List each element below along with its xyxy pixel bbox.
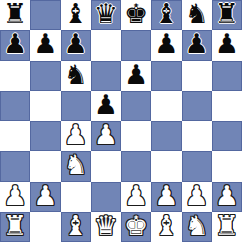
square-c8[interactable]: ♝ [61,0,91,30]
square-b8[interactable] [30,0,60,30]
black-pawn[interactable]: ♟ [33,30,57,59]
square-a2[interactable]: ♟ [0,182,30,212]
square-a8[interactable]: ♜ [0,0,30,30]
square-f4[interactable] [151,121,181,151]
square-c7[interactable]: ♟ [61,30,91,60]
square-d2[interactable] [91,182,121,212]
white-pawn[interactable]: ♟ [64,121,88,150]
square-e4[interactable] [121,121,151,151]
white-rook[interactable]: ♜ [3,212,27,241]
black-knight[interactable]: ♞ [185,0,209,29]
square-f3[interactable] [151,151,181,181]
square-d5[interactable]: ♟ [91,91,121,121]
square-h7[interactable]: ♟ [212,30,242,60]
square-h5[interactable] [212,91,242,121]
square-f2[interactable]: ♟ [151,182,181,212]
square-h8[interactable]: ♜ [212,0,242,30]
square-e3[interactable] [121,151,151,181]
black-rook[interactable]: ♜ [3,0,27,29]
black-pawn[interactable]: ♟ [124,61,148,90]
square-a7[interactable]: ♟ [0,30,30,60]
square-a6[interactable] [0,61,30,91]
white-pawn[interactable]: ♟ [185,182,209,211]
square-h6[interactable] [212,61,242,91]
square-g3[interactable] [182,151,212,181]
black-king[interactable]: ♚ [124,0,148,29]
square-d8[interactable]: ♛ [91,0,121,30]
square-e6[interactable]: ♟ [121,61,151,91]
square-g1[interactable]: ♞ [182,212,212,242]
square-b5[interactable] [30,91,60,121]
square-c2[interactable] [61,182,91,212]
square-b6[interactable] [30,61,60,91]
white-queen[interactable]: ♛ [94,212,118,241]
square-c3[interactable]: ♞ [61,151,91,181]
white-pawn[interactable]: ♟ [3,182,27,211]
square-b3[interactable] [30,151,60,181]
square-a5[interactable] [0,91,30,121]
black-rook[interactable]: ♜ [215,0,239,29]
square-e5[interactable] [121,91,151,121]
square-e8[interactable]: ♚ [121,0,151,30]
square-b1[interactable] [30,212,60,242]
square-c1[interactable]: ♝ [61,212,91,242]
white-pawn[interactable]: ♟ [154,182,178,211]
square-c6[interactable]: ♞ [61,61,91,91]
square-f8[interactable]: ♝ [151,0,181,30]
square-f1[interactable]: ♝ [151,212,181,242]
square-c4[interactable]: ♟ [61,121,91,151]
black-pawn[interactable]: ♟ [64,30,88,59]
square-h1[interactable]: ♜ [212,212,242,242]
black-knight[interactable]: ♞ [64,61,88,90]
white-bishop[interactable]: ♝ [154,212,178,241]
square-e2[interactable]: ♟ [121,182,151,212]
black-bishop[interactable]: ♝ [154,0,178,29]
square-f7[interactable]: ♟ [151,30,181,60]
square-h2[interactable]: ♟ [212,182,242,212]
square-d1[interactable]: ♛ [91,212,121,242]
square-a3[interactable] [0,151,30,181]
white-pawn[interactable]: ♟ [124,182,148,211]
black-bishop[interactable]: ♝ [64,0,88,29]
square-f6[interactable] [151,61,181,91]
square-e7[interactable] [121,30,151,60]
white-rook[interactable]: ♜ [215,212,239,241]
square-e1[interactable]: ♚ [121,212,151,242]
square-c5[interactable] [61,91,91,121]
square-g6[interactable] [182,61,212,91]
white-king[interactable]: ♚ [124,212,148,241]
square-b2[interactable]: ♟ [30,182,60,212]
square-g7[interactable]: ♟ [182,30,212,60]
square-d7[interactable] [91,30,121,60]
square-g8[interactable]: ♞ [182,0,212,30]
square-g2[interactable]: ♟ [182,182,212,212]
square-b4[interactable] [30,121,60,151]
white-pawn[interactable]: ♟ [215,182,239,211]
chess-board: ♜♝♛♚♝♞♜♟♟♟♟♟♟♞♟♟♟♟♞♟♟♟♟♟♟♜♝♛♚♝♞♜ [0,0,242,242]
black-pawn[interactable]: ♟ [3,30,27,59]
white-pawn[interactable]: ♟ [33,182,57,211]
square-a4[interactable] [0,121,30,151]
black-pawn[interactable]: ♟ [185,30,209,59]
square-g5[interactable] [182,91,212,121]
white-knight[interactable]: ♞ [64,151,88,180]
square-d4[interactable]: ♟ [91,121,121,151]
square-d3[interactable] [91,151,121,181]
white-bishop[interactable]: ♝ [64,212,88,241]
white-knight[interactable]: ♞ [185,212,209,241]
square-g4[interactable] [182,121,212,151]
black-queen[interactable]: ♛ [94,0,118,29]
square-b7[interactable]: ♟ [30,30,60,60]
square-a1[interactable]: ♜ [0,212,30,242]
black-pawn[interactable]: ♟ [94,91,118,120]
square-h3[interactable] [212,151,242,181]
black-pawn[interactable]: ♟ [154,30,178,59]
square-f5[interactable] [151,91,181,121]
square-h4[interactable] [212,121,242,151]
white-pawn[interactable]: ♟ [94,121,118,150]
black-pawn[interactable]: ♟ [215,30,239,59]
square-d6[interactable] [91,61,121,91]
